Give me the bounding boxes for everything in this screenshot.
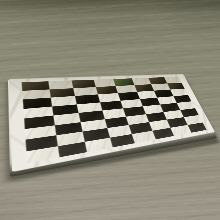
photo-scene	[0, 0, 220, 220]
